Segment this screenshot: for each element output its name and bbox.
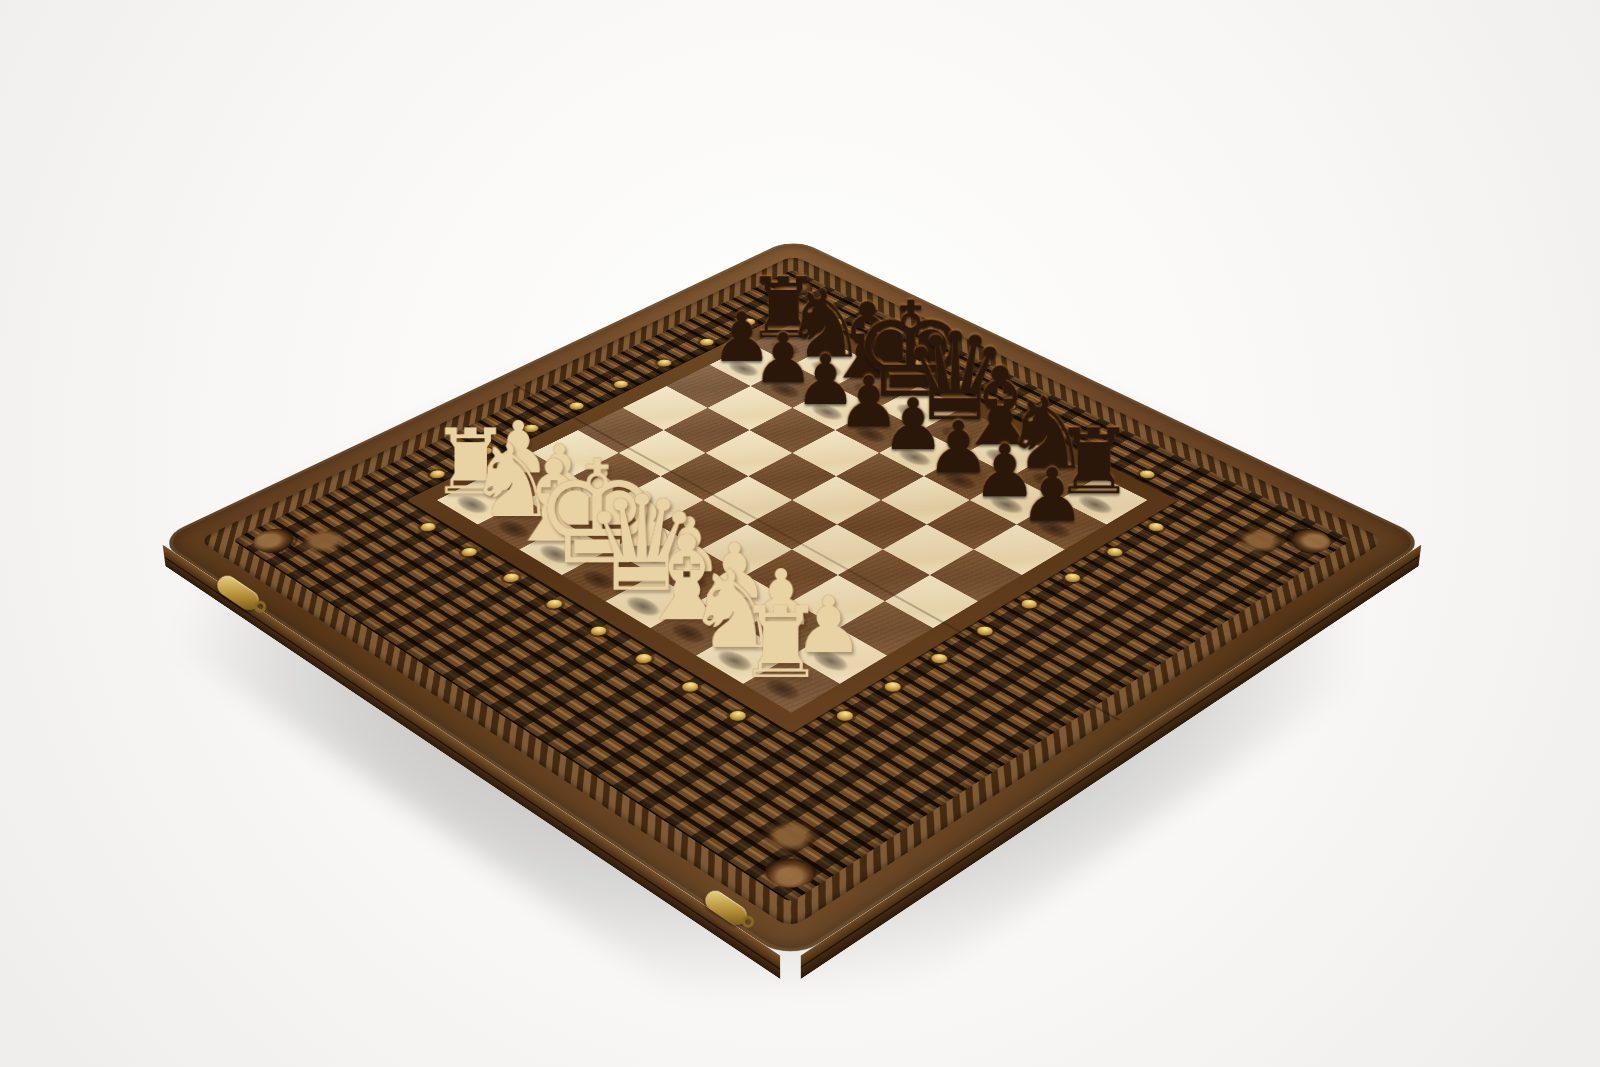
piece-white-rook-a1[interactable]: ♜ [737,596,825,690]
product-photo-scene: ♜♞♝♚♛♝♞♜♟♟♟♟♟♟♟♟♟♟♟♟♟♟♟♟♜♞♝♚♛♝♞♜ [0,0,1600,1067]
chess-box: ♜♞♝♚♛♝♞♜♟♟♟♟♟♟♟♟♟♟♟♟♟♟♟♟♜♞♝♚♛♝♞♜ [156,238,1429,963]
